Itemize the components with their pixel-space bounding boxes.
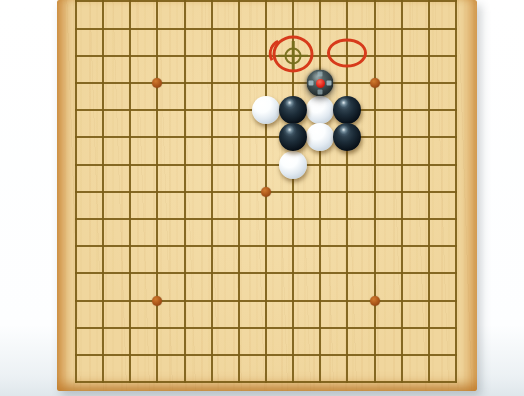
grid-line-vertical [455, 0, 457, 383]
black-stone [333, 96, 361, 124]
star-point [261, 187, 271, 197]
white-stone [279, 151, 307, 179]
grid-line-horizontal [75, 300, 457, 302]
white-stone [306, 96, 334, 124]
grid-line-horizontal [75, 381, 457, 383]
grid-line-horizontal [75, 272, 457, 274]
grid-line-vertical [374, 0, 376, 383]
white-stone [252, 96, 280, 124]
highlight-red-ellipse[interactable] [327, 38, 367, 67]
grid-line-vertical [401, 0, 403, 383]
grid-line-horizontal [75, 245, 457, 247]
star-point [152, 296, 162, 306]
black-stone [279, 123, 307, 151]
black-stone [279, 96, 307, 124]
black-stone [333, 123, 361, 151]
star-point [370, 296, 380, 306]
stone-side-chip [327, 81, 332, 86]
white-stone [306, 123, 334, 151]
stone-side-chip [309, 81, 314, 86]
last-move-stone [307, 70, 334, 97]
grid-line-vertical [428, 0, 430, 383]
app-screen [0, 0, 524, 396]
highlight-inner-arc [265, 34, 309, 76]
highlight-red-circle[interactable] [273, 35, 314, 72]
star-point [152, 78, 162, 88]
grid-line-vertical [319, 0, 321, 383]
last-move-marker-icon [316, 79, 325, 88]
grid-line-horizontal [75, 354, 457, 356]
star-point [370, 78, 380, 88]
grid-line-horizontal [75, 327, 457, 329]
stone-side-chip [318, 72, 323, 77]
gomoku-board[interactable] [57, 0, 477, 391]
grid-line-horizontal [75, 218, 457, 220]
stone-side-chip [318, 90, 323, 95]
